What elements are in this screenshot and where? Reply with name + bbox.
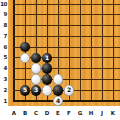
grid-vline-A	[13, 0, 15, 102]
move-number-label: 5	[23, 85, 27, 96]
move-number-label: 4	[56, 95, 60, 106]
black-stone-B2[interactable]: 5	[20, 85, 31, 96]
grid-hline-1	[13, 100, 120, 102]
move-number-label: 1	[45, 52, 49, 63]
row-label-1: 1	[0, 98, 7, 105]
grid-hline-3	[13, 79, 120, 80]
row-label-10: 10	[0, 1, 7, 8]
grid-hline-4	[13, 68, 120, 69]
row-label-4: 4	[0, 65, 7, 72]
black-stone-C2[interactable]: 3	[31, 85, 42, 96]
row-label-6: 6	[0, 44, 7, 51]
grid-hline-9	[13, 14, 120, 15]
move-number-label: 2	[67, 85, 71, 96]
grid-vline-J	[102, 0, 103, 102]
col-label-H: H	[87, 109, 96, 117]
col-label-D: D	[43, 109, 52, 117]
col-label-C: C	[32, 109, 41, 117]
grid-hline-8	[13, 25, 120, 26]
col-label-B: B	[21, 109, 30, 117]
white-stone-C4[interactable]	[31, 63, 42, 74]
row-label-5: 5	[0, 54, 7, 61]
row-label-3: 3	[0, 76, 7, 83]
grid-vline-K	[113, 0, 114, 102]
grid-vline-H	[91, 0, 92, 102]
grid-hline-10	[13, 4, 120, 5]
col-label-A: A	[10, 109, 19, 117]
col-label-G: G	[76, 109, 85, 117]
col-label-J: J	[98, 109, 107, 117]
white-stone-F2[interactable]: 2	[64, 85, 75, 96]
black-stone-D4[interactable]	[42, 63, 53, 74]
black-stone-D3[interactable]	[42, 74, 53, 85]
move-number-label: 3	[34, 85, 38, 96]
row-label-7: 7	[0, 33, 7, 40]
white-stone-E3[interactable]	[53, 74, 64, 85]
col-label-F: F	[65, 109, 74, 117]
grid-hline-7	[13, 36, 120, 37]
col-label-K: K	[109, 109, 118, 117]
col-label-E: E	[54, 109, 63, 117]
grid-vline-G	[80, 0, 81, 102]
row-label-9: 9	[0, 11, 7, 18]
white-stone-C3[interactable]	[31, 74, 42, 85]
white-stone-D2[interactable]	[42, 85, 53, 96]
row-label-2: 2	[0, 87, 7, 94]
black-stone-E2[interactable]	[53, 85, 64, 96]
go-board-diagram: 15324 10987654321ABCDEFGHJK	[0, 0, 120, 120]
row-label-8: 8	[0, 22, 7, 29]
